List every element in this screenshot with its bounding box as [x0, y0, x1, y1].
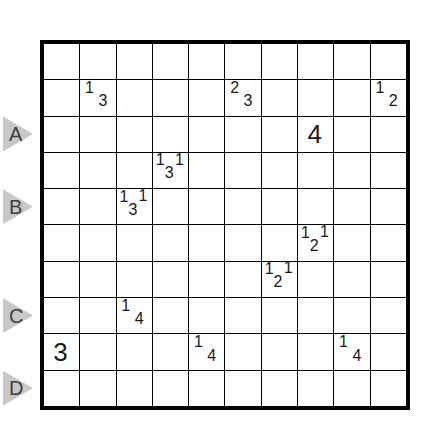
clue-value: 1: [265, 261, 274, 277]
cell-r7c8[interactable]: [298, 262, 333, 297]
clue-value: 2: [310, 238, 319, 254]
clue-value: 4: [353, 348, 362, 364]
cell-r6c2[interactable]: [80, 225, 115, 260]
clue-value: 1: [375, 80, 384, 96]
cell-r8c5[interactable]: [189, 298, 224, 333]
cell-r3c1[interactable]: [44, 117, 79, 152]
cell-r6c5[interactable]: [189, 225, 224, 260]
row-marker-label: A: [9, 124, 22, 144]
cell-r8c4[interactable]: [153, 298, 188, 333]
cell-r1c3[interactable]: [117, 44, 152, 79]
puzzle-page: 13231241131131121121431414 ABCD: [0, 0, 445, 443]
cell-r3c6[interactable]: [225, 117, 260, 152]
clue-cell-r2c2: 13: [80, 80, 115, 115]
cell-r9c6[interactable]: [225, 334, 260, 369]
cell-r10c4[interactable]: [153, 371, 188, 406]
cell-r9c10[interactable]: [371, 334, 406, 369]
clue-value: 4: [135, 311, 144, 327]
clue-cell-r9c9: 14: [334, 334, 369, 369]
cell-r10c8[interactable]: [298, 371, 333, 406]
clue-value: 1: [320, 224, 329, 240]
cell-r1c1[interactable]: [44, 44, 79, 79]
cell-r5c8[interactable]: [298, 189, 333, 224]
cell-r8c9[interactable]: [334, 298, 369, 333]
cell-r2c1[interactable]: [44, 80, 79, 115]
cell-r7c4[interactable]: [153, 262, 188, 297]
cell-r1c6[interactable]: [225, 44, 260, 79]
cell-r4c3[interactable]: [117, 153, 152, 188]
cell-r5c1[interactable]: [44, 189, 79, 224]
cell-r8c8[interactable]: [298, 298, 333, 333]
cell-r5c4[interactable]: [153, 189, 188, 224]
clue-cell-r9c1: 3: [44, 334, 79, 369]
cell-r5c2[interactable]: [80, 189, 115, 224]
cell-r3c3[interactable]: [117, 117, 152, 152]
cell-r10c6[interactable]: [225, 371, 260, 406]
cell-r7c9[interactable]: [334, 262, 369, 297]
row-marker-label: D: [9, 378, 23, 398]
cell-r2c8[interactable]: [298, 80, 333, 115]
cell-r3c9[interactable]: [334, 117, 369, 152]
cell-r9c2[interactable]: [80, 334, 115, 369]
clue-cell-r6c8: 112: [298, 225, 333, 260]
clue-cell-r8c3: 14: [117, 298, 152, 333]
cell-r7c2[interactable]: [80, 262, 115, 297]
clue-value: 3: [244, 93, 253, 109]
cell-r5c9[interactable]: [334, 189, 369, 224]
clue-value: 2: [389, 93, 398, 109]
clue-value: 1: [301, 225, 310, 241]
cell-r7c6[interactable]: [225, 262, 260, 297]
clue-cell-r2c6: 23: [225, 80, 260, 115]
cell-r4c10[interactable]: [371, 153, 406, 188]
tapa-board: 13231241131131121121431414: [40, 40, 410, 410]
cell-r9c8[interactable]: [298, 334, 333, 369]
cell-r4c2[interactable]: [80, 153, 115, 188]
clue-cell-r3c8: 4: [298, 117, 333, 152]
cell-r1c8[interactable]: [298, 44, 333, 79]
cell-r1c4[interactable]: [153, 44, 188, 79]
cell-r3c7[interactable]: [262, 117, 297, 152]
cell-r7c5[interactable]: [189, 262, 224, 297]
cell-r4c9[interactable]: [334, 153, 369, 188]
cell-r10c5[interactable]: [189, 371, 224, 406]
cell-r4c8[interactable]: [298, 153, 333, 188]
cell-r5c5[interactable]: [189, 189, 224, 224]
row-marker-d: D: [3, 371, 33, 406]
cell-r10c10[interactable]: [371, 371, 406, 406]
cell-r5c6[interactable]: [225, 189, 260, 224]
clue-value: 1: [85, 80, 94, 96]
cell-r2c5[interactable]: [189, 80, 224, 115]
cell-r2c3[interactable]: [117, 80, 152, 115]
clue-value: 4: [207, 348, 216, 364]
cell-r4c5[interactable]: [189, 153, 224, 188]
cell-r6c3[interactable]: [117, 225, 152, 260]
clue-value: 4: [307, 121, 321, 147]
clue-value: 1: [156, 152, 165, 168]
clue-cell-r7c7: 112: [262, 262, 297, 297]
cell-r2c7[interactable]: [262, 80, 297, 115]
cell-r7c1[interactable]: [44, 262, 79, 297]
clue-value: 1: [121, 298, 130, 314]
clue-value: 3: [53, 339, 67, 365]
cell-r10c9[interactable]: [334, 371, 369, 406]
cell-r1c2[interactable]: [80, 44, 115, 79]
cell-r1c7[interactable]: [262, 44, 297, 79]
clue-cell-r5c3: 113: [117, 189, 152, 224]
cell-r8c6[interactable]: [225, 298, 260, 333]
cell-r3c10[interactable]: [371, 117, 406, 152]
cell-r6c10[interactable]: [371, 225, 406, 260]
cell-r4c7[interactable]: [262, 153, 297, 188]
cell-r10c1[interactable]: [44, 371, 79, 406]
row-marker-label: C: [9, 306, 23, 326]
clue-value: 2: [274, 274, 283, 290]
clue-value: 1: [284, 260, 293, 276]
clue-value: 1: [194, 334, 203, 350]
cell-r10c3[interactable]: [117, 371, 152, 406]
clue-value: 1: [339, 334, 348, 350]
clue-value: 3: [98, 93, 107, 109]
row-marker-c: C: [3, 298, 33, 333]
cell-r3c5[interactable]: [189, 117, 224, 152]
clue-cell-r4c4: 113: [153, 153, 188, 188]
clue-value: 2: [230, 80, 239, 96]
row-marker-b: B: [3, 189, 33, 224]
cell-r8c1[interactable]: [44, 298, 79, 333]
cell-r6c7[interactable]: [262, 225, 297, 260]
cell-r9c3[interactable]: [117, 334, 152, 369]
cell-r8c2[interactable]: [80, 298, 115, 333]
cell-r9c4[interactable]: [153, 334, 188, 369]
cell-r6c6[interactable]: [225, 225, 260, 260]
cell-r4c1[interactable]: [44, 153, 79, 188]
clue-value: 1: [139, 188, 148, 204]
cell-r5c7[interactable]: [262, 189, 297, 224]
cell-r6c9[interactable]: [334, 225, 369, 260]
cell-r1c10[interactable]: [371, 44, 406, 79]
clue-value: 1: [175, 152, 184, 168]
cell-r8c10[interactable]: [371, 298, 406, 333]
cell-r3c2[interactable]: [80, 117, 115, 152]
clue-cell-r2c10: 12: [371, 80, 406, 115]
cell-r8c7[interactable]: [262, 298, 297, 333]
row-marker-label: B: [9, 197, 22, 217]
clue-value: 3: [165, 165, 174, 181]
cell-r3c4[interactable]: [153, 117, 188, 152]
clue-value: 1: [120, 189, 129, 205]
cell-r1c9[interactable]: [334, 44, 369, 79]
cell-r10c2[interactable]: [80, 371, 115, 406]
cell-r9c7[interactable]: [262, 334, 297, 369]
cell-r6c1[interactable]: [44, 225, 79, 260]
cell-r5c10[interactable]: [371, 189, 406, 224]
clue-value: 3: [128, 202, 137, 218]
cell-r4c6[interactable]: [225, 153, 260, 188]
cell-r1c5[interactable]: [189, 44, 224, 79]
cell-r2c4[interactable]: [153, 80, 188, 115]
row-marker-a: A: [3, 117, 33, 152]
cell-r10c7[interactable]: [262, 371, 297, 406]
cell-r7c3[interactable]: [117, 262, 152, 297]
cell-r2c9[interactable]: [334, 80, 369, 115]
cell-r6c4[interactable]: [153, 225, 188, 260]
cell-r7c10[interactable]: [371, 262, 406, 297]
clue-cell-r9c5: 14: [189, 334, 224, 369]
